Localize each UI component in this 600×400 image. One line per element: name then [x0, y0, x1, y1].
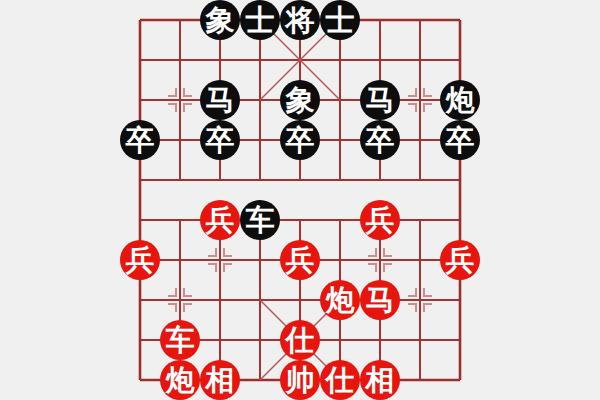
piece-red-cannon[interactable]: 炮: [160, 360, 200, 400]
piece-red-advisor[interactable]: 仕: [280, 320, 320, 360]
piece-red-soldier[interactable]: 兵: [200, 200, 240, 240]
piece-red-soldier[interactable]: 兵: [120, 240, 160, 280]
piece-black-advisor[interactable]: 士: [320, 0, 360, 40]
piece-black-advisor[interactable]: 士: [240, 0, 280, 40]
piece-black-elephant[interactable]: 象: [280, 80, 320, 120]
piece-red-soldier[interactable]: 兵: [440, 240, 480, 280]
piece-black-general[interactable]: 将: [280, 0, 320, 40]
piece-red-soldier[interactable]: 兵: [280, 240, 320, 280]
xiangqi-pieces-grid: 象士将士马象马炮卒卒卒卒卒兵车兵兵兵兵炮马车仕炮相帅仕相: [120, 0, 480, 400]
piece-black-horse[interactable]: 马: [360, 80, 400, 120]
piece-red-advisor[interactable]: 仕: [320, 360, 360, 400]
piece-red-general[interactable]: 帅: [280, 360, 320, 400]
piece-black-elephant[interactable]: 象: [200, 0, 240, 40]
piece-black-horse[interactable]: 马: [200, 80, 240, 120]
piece-black-soldier[interactable]: 卒: [280, 120, 320, 160]
piece-black-chariot[interactable]: 车: [240, 200, 280, 240]
xiangqi-board-screen: 象士将士马象马炮卒卒卒卒卒兵车兵兵兵兵炮马车仕炮相帅仕相: [0, 0, 600, 400]
piece-red-elephant[interactable]: 相: [360, 360, 400, 400]
piece-black-cannon[interactable]: 炮: [440, 80, 480, 120]
piece-black-soldier[interactable]: 卒: [360, 120, 400, 160]
piece-red-soldier[interactable]: 兵: [360, 200, 400, 240]
piece-black-soldier[interactable]: 卒: [200, 120, 240, 160]
piece-red-chariot[interactable]: 车: [160, 320, 200, 360]
piece-black-soldier[interactable]: 卒: [120, 120, 160, 160]
piece-black-soldier[interactable]: 卒: [440, 120, 480, 160]
piece-red-horse[interactable]: 马: [360, 280, 400, 320]
piece-red-cannon[interactable]: 炮: [320, 280, 360, 320]
piece-red-elephant[interactable]: 相: [200, 360, 240, 400]
